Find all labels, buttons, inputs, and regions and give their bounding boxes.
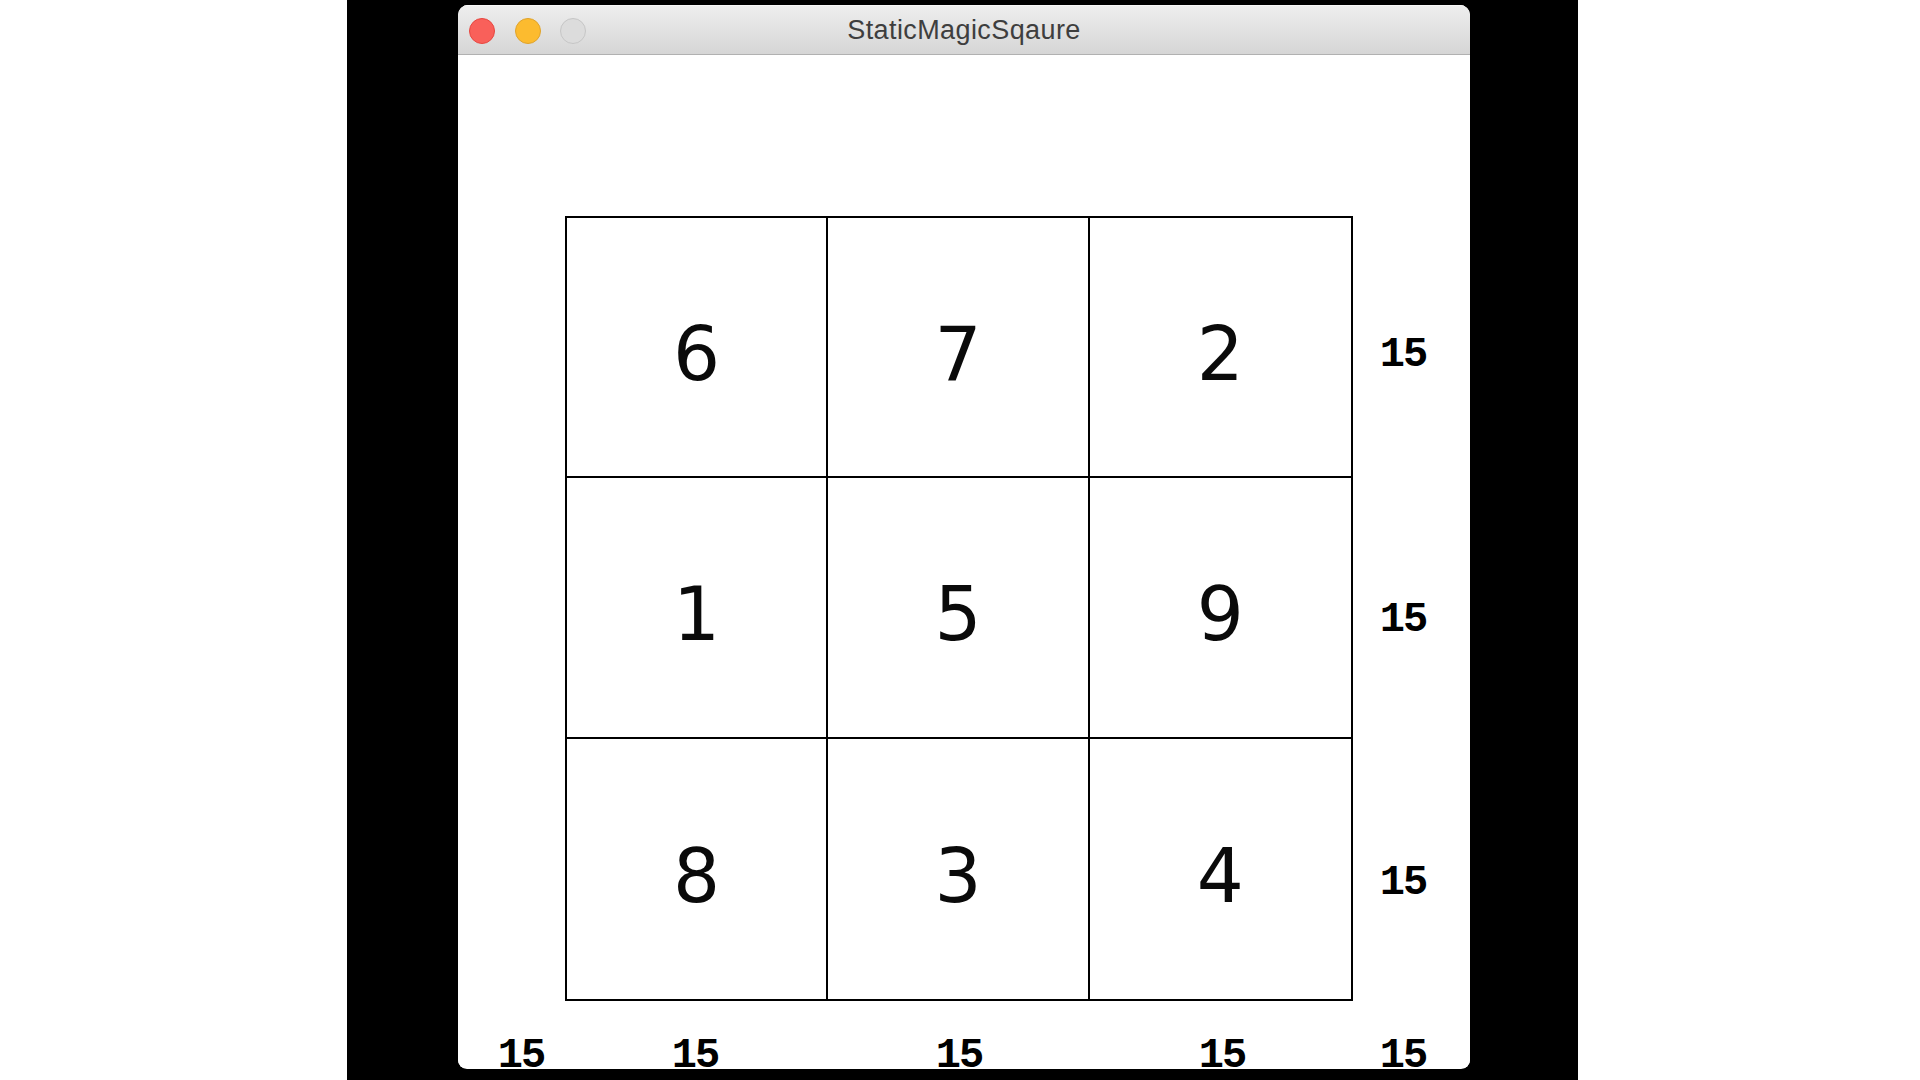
- column-sum-label-3: 15: [1199, 1032, 1245, 1069]
- grid-cell-r2c3: 9: [1090, 478, 1351, 738]
- page-background: StaticMagicSqaure 6 7 2 1 5 9 8 3 4 15 1…: [0, 0, 1920, 1080]
- grid-cell-r1c1: 6: [567, 218, 828, 478]
- title-bar[interactable]: StaticMagicSqaure: [458, 5, 1470, 55]
- grid-cell-r3c1: 8: [567, 739, 828, 999]
- app-window: StaticMagicSqaure 6 7 2 1 5 9 8 3 4 15 1…: [458, 5, 1470, 1069]
- grid-cell-r2c1: 1: [567, 478, 828, 738]
- grid-cell-r1c2: 7: [828, 218, 1089, 478]
- row-sum-label-1: 15: [1380, 331, 1426, 379]
- diagonal-sum-label-left: 15: [498, 1032, 544, 1069]
- diagonal-sum-label-right: 15: [1380, 1032, 1426, 1069]
- window-content: 6 7 2 1 5 9 8 3 4 15 15 15 15 15 15 15 1…: [458, 55, 1470, 1068]
- grid-cell-r3c3: 4: [1090, 739, 1351, 999]
- magic-square-grid: 6 7 2 1 5 9 8 3 4: [565, 216, 1353, 1001]
- row-sum-label-3: 15: [1380, 859, 1426, 907]
- grid-cell-r3c2: 3: [828, 739, 1089, 999]
- grid-cell-r2c2: 5: [828, 478, 1089, 738]
- column-sum-label-2: 15: [936, 1032, 982, 1069]
- window-title: StaticMagicSqaure: [458, 5, 1470, 55]
- column-sum-label-1: 15: [672, 1032, 718, 1069]
- row-sum-label-2: 15: [1380, 596, 1426, 644]
- grid-cell-r1c3: 2: [1090, 218, 1351, 478]
